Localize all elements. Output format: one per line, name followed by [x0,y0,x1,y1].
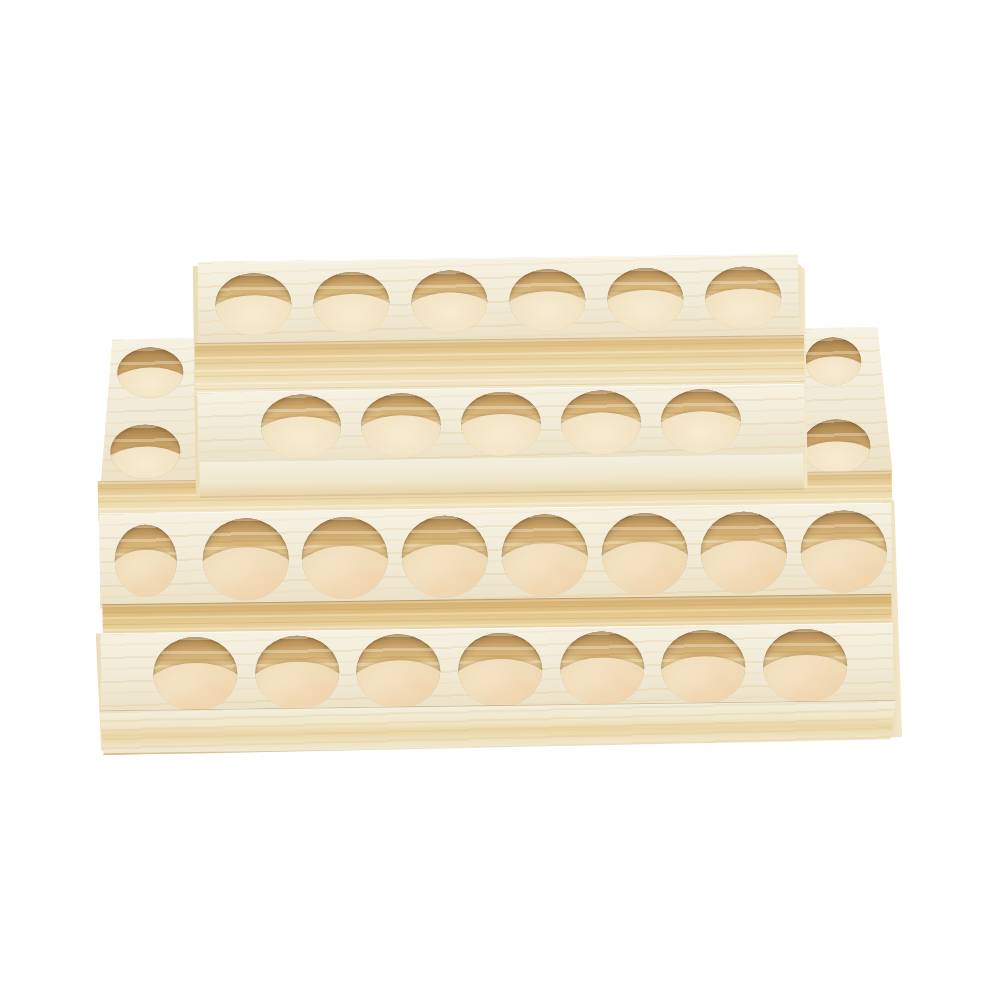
large-rack-front-tier-surface [101,623,894,713]
bottle-recess [215,273,292,336]
bottle-recess [401,515,488,598]
large-rack-back-left-ledge [99,338,199,485]
wooden-tiered-oil-rack [0,0,1000,1000]
bottle-recess [763,628,848,703]
bottle-recess [461,391,542,456]
bottle-recess [411,270,488,333]
small-rack-back-tier-surface [198,254,799,346]
bottle-recess [261,394,342,459]
bottle-recess [202,518,289,601]
bottle-recess [458,632,543,707]
bottle-recess [661,630,746,705]
bottle-recess [254,635,339,710]
bottle-recess [110,424,181,479]
product-photo-canvas [0,0,1000,1000]
small-rack-front-tier-surface [198,384,806,464]
bottle-recess [661,389,742,454]
bottle-recess [805,337,862,386]
bottle-recess [705,266,782,329]
bottle-recess [302,516,389,599]
bottle-recess [509,269,586,332]
bottle-recess [601,512,688,595]
large-rack-back-right-ledge [795,327,893,476]
bottle-recess [607,267,684,330]
bottle-recess [559,631,644,706]
bottle-recess [501,514,588,597]
bottle-recess [153,636,238,711]
bottle-recess [561,390,642,455]
large-rack-upper-tier-surface [99,503,892,608]
bottle-recess [313,271,390,334]
bottle-recess [800,510,887,593]
bottle-recess [361,393,442,458]
bottle-recess [700,511,787,594]
bottle-recess [802,419,871,474]
bottle-recess [356,634,441,709]
bottle-recess [114,524,177,597]
bottle-recess [117,347,184,398]
